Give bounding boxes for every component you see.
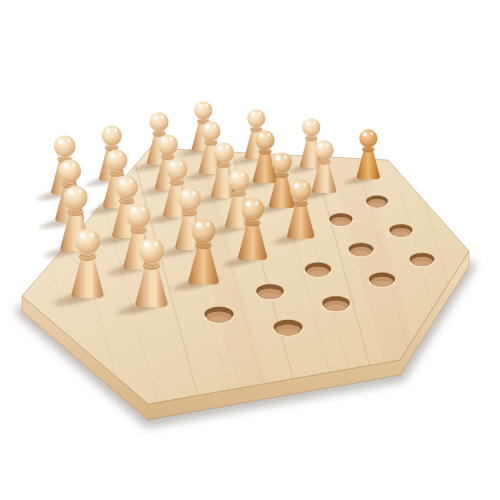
- hole[interactable]: [348, 243, 374, 257]
- hole[interactable]: [389, 224, 414, 237]
- product-photo-scene: [0, 0, 500, 500]
- peg[interactable]: [236, 196, 269, 261]
- hole[interactable]: [255, 284, 284, 300]
- hole[interactable]: [329, 213, 354, 226]
- hole[interactable]: [321, 296, 350, 312]
- peg[interactable]: [186, 217, 221, 286]
- hole[interactable]: [368, 273, 396, 288]
- hole[interactable]: [409, 253, 435, 267]
- hole[interactable]: [273, 320, 304, 337]
- peg-orange[interactable]: [355, 128, 382, 180]
- hole[interactable]: [304, 263, 332, 278]
- hole[interactable]: [204, 307, 235, 324]
- peg[interactable]: [133, 236, 170, 309]
- peg[interactable]: [285, 178, 316, 240]
- hole[interactable]: [365, 196, 388, 209]
- peg[interactable]: [69, 227, 106, 300]
